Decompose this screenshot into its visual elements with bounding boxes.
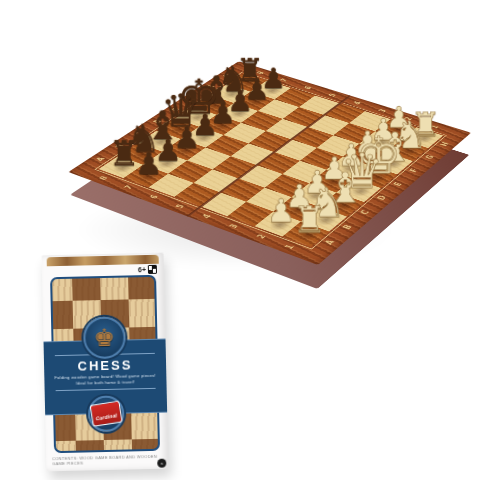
black-pawn-icon: ♟ [135, 149, 163, 180]
retail-box: 6+ ♚ CHESS Folding wooden game board! Wo… [42, 253, 169, 472]
brand-name: Cardinal [96, 412, 118, 421]
box-title-band: ♚ CHESS Folding wooden game board! Wood … [44, 339, 168, 416]
brand-banner: Cardinal [90, 400, 123, 426]
checkerboard-icon [148, 265, 157, 274]
box-bottom-strip: Contents: wood game board and wooden gam… [52, 453, 162, 467]
product-photo-page: { "game": "chess", "position": "rnbqkbnr… [0, 0, 480, 480]
box-title: CHESS [44, 357, 166, 375]
divider-line-bottom [56, 388, 156, 391]
piece-white-rook-a1: ♜ [282, 221, 329, 247]
age-grade: 6+ [138, 265, 157, 274]
white-pawn-icon: ♟ [267, 195, 296, 227]
box-bottom-text: Contents: wood game board and wooden gam… [52, 454, 162, 466]
white-rook-icon: ♜ [293, 201, 326, 238]
king-icon: ♚ [93, 325, 115, 349]
age-grade-label: 6+ [138, 266, 146, 273]
maker-logo: s [157, 459, 166, 468]
